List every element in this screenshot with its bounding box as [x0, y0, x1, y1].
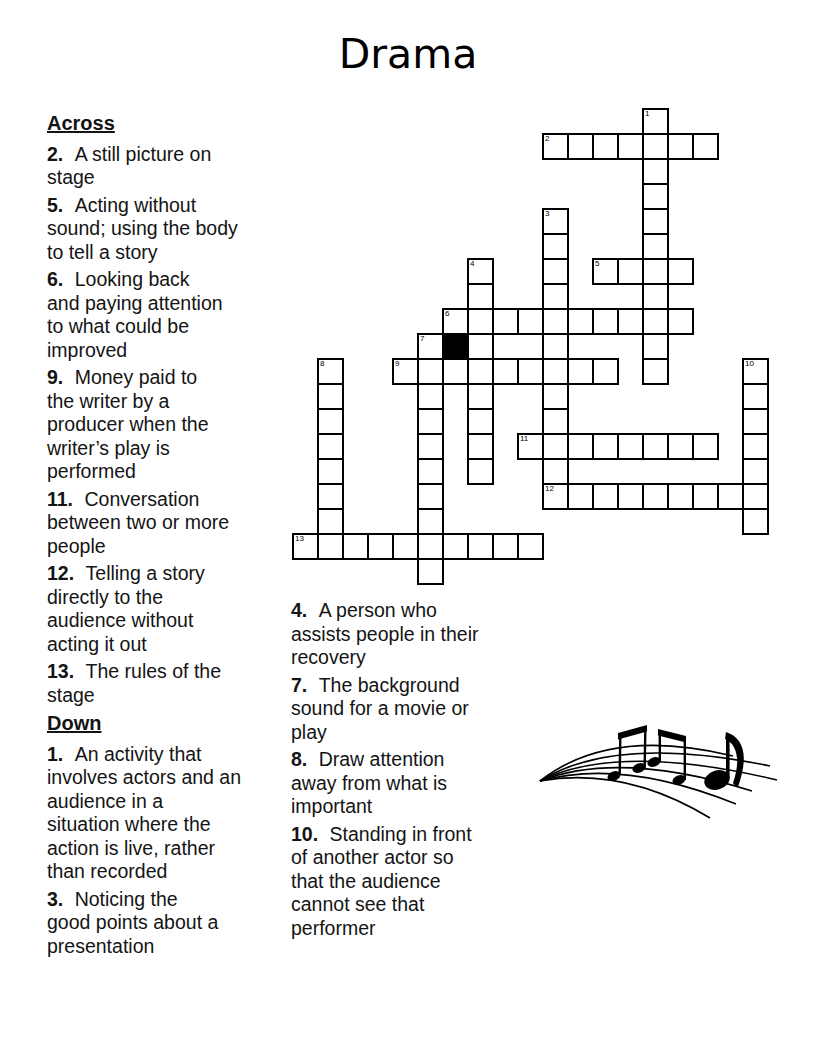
- grid-cell[interactable]: [542, 333, 569, 360]
- grid-cell[interactable]: [417, 483, 444, 510]
- cell-number: 1: [645, 110, 649, 118]
- grid-cell[interactable]: [467, 333, 494, 360]
- clue-across-5: 5. Acting without sound; using the body …: [47, 194, 287, 265]
- clue-number: 1.: [47, 743, 69, 765]
- cell-number: 11: [520, 435, 528, 443]
- grid-cell[interactable]: [617, 133, 644, 160]
- grid-cell[interactable]: [567, 133, 594, 160]
- cell-number: 8: [320, 360, 324, 368]
- clue-text: An activity that involves actors and an …: [47, 743, 241, 883]
- grid-cell[interactable]: [542, 233, 569, 260]
- clue-across-6: 6. Looking back and paying attention to …: [47, 268, 287, 362]
- grid-cell[interactable]: [542, 358, 569, 385]
- grid-cell[interactable]: [517, 358, 544, 385]
- cell-number: 4: [470, 260, 474, 268]
- grid-cell[interactable]: [617, 308, 644, 335]
- grid-cell[interactable]: [467, 383, 494, 410]
- grid-cell[interactable]: [717, 483, 744, 510]
- cell-number: 9: [395, 360, 399, 368]
- clue-across-2: 2. A still picture on stage: [47, 143, 287, 190]
- grid-cell[interactable]: [692, 483, 719, 510]
- grid-cell[interactable]: [642, 183, 669, 210]
- clue-number: 3.: [47, 888, 69, 910]
- grid-cell[interactable]: [642, 158, 669, 185]
- page: Drama Across 2. A still picture on stage…: [0, 0, 816, 1056]
- grid-cell[interactable]: [742, 483, 769, 510]
- grid-cell[interactable]: [617, 483, 644, 510]
- grid-cell[interactable]: [417, 408, 444, 435]
- clue-down-1: 1. An activity that involves actors and …: [47, 743, 287, 884]
- grid-cell[interactable]: [692, 133, 719, 160]
- clue-text: A still picture on stage: [47, 143, 211, 189]
- grid-cell[interactable]: [642, 133, 669, 160]
- grid-cell[interactable]: [642, 283, 669, 310]
- grid-cell[interactable]: [567, 433, 594, 460]
- grid-cell[interactable]: [692, 433, 719, 460]
- grid-cell[interactable]: [417, 433, 444, 460]
- grid-cell[interactable]: [467, 358, 494, 385]
- clue-number: 4.: [291, 599, 313, 621]
- clue-text: Acting without sound; using the body to …: [47, 194, 238, 263]
- grid-cell[interactable]: [517, 533, 544, 560]
- grid-cell[interactable]: [642, 483, 669, 510]
- grid-cell[interactable]: [542, 308, 569, 335]
- grid-cell[interactable]: [317, 483, 344, 510]
- clue-across-9: 9. Money paid to the writer by a produce…: [47, 366, 287, 484]
- music-notes-icon: [530, 690, 780, 830]
- grid-cell[interactable]: [592, 308, 619, 335]
- down-header: Down: [47, 712, 287, 736]
- clues-left-column: Across 2. A still picture on stage 5. Ac…: [47, 112, 287, 962]
- grid-cell[interactable]: [742, 458, 769, 485]
- clue-down-3: 3. Noticing the good points about a pres…: [47, 888, 287, 959]
- clue-text: Looking back and paying attention to wha…: [47, 268, 223, 361]
- clue-number: 8.: [291, 748, 313, 770]
- grid-cell[interactable]: [667, 433, 694, 460]
- cell-number: 6: [445, 310, 449, 318]
- grid-cell[interactable]: [542, 408, 569, 435]
- grid-cell[interactable]: [542, 283, 569, 310]
- clue-across-13: 13. The rules of the stage: [47, 660, 287, 707]
- grid-cell[interactable]: [667, 483, 694, 510]
- clue-down-4: 4. A person who assists people in their …: [291, 599, 533, 670]
- grid-cell[interactable]: [642, 308, 669, 335]
- clue-across-11: 11. Conversation between two or more peo…: [47, 488, 287, 559]
- clue-down-8: 8. Draw attention away from what is impo…: [291, 748, 533, 819]
- grid-cell[interactable]: [467, 308, 494, 335]
- grid-cell[interactable]: [417, 533, 444, 560]
- grid-cell[interactable]: [542, 458, 569, 485]
- clue-down-7: 7. The background sound for a movie or p…: [291, 674, 533, 745]
- grid-cell[interactable]: [467, 283, 494, 310]
- grid-cell[interactable]: [492, 308, 519, 335]
- crossword-grid: 12345678910111213: [292, 108, 770, 586]
- clue-number: 13.: [47, 660, 80, 682]
- clue-text: A person who assists people in their rec…: [291, 599, 479, 668]
- grid-cell[interactable]: [467, 433, 494, 460]
- grid-cell[interactable]: [317, 533, 344, 560]
- grid-cell[interactable]: [617, 433, 644, 460]
- grid-cell[interactable]: [592, 133, 619, 160]
- clue-number: 10.: [291, 823, 324, 845]
- grid-cell[interactable]: [492, 358, 519, 385]
- grid-cell[interactable]: [317, 458, 344, 485]
- clue-down-10: 10. Standing in front of another actor s…: [291, 823, 533, 941]
- clue-number: 12.: [47, 562, 80, 584]
- clues-middle-column: 4. A person who assists people in their …: [291, 599, 533, 944]
- grid-cell[interactable]: [567, 483, 594, 510]
- grid-cell[interactable]: [642, 333, 669, 360]
- grid-cell[interactable]: [742, 433, 769, 460]
- grid-cell[interactable]: [592, 433, 619, 460]
- grid-cell[interactable]: [517, 308, 544, 335]
- clue-number: 9.: [47, 366, 69, 388]
- grid-cell[interactable]: [667, 258, 694, 285]
- grid-cell[interactable]: [667, 133, 694, 160]
- cell-number: 2: [545, 135, 549, 143]
- grid-cell[interactable]: [417, 508, 444, 535]
- grid-cell[interactable]: [567, 358, 594, 385]
- grid-cell[interactable]: [617, 258, 644, 285]
- grid-cell[interactable]: [642, 208, 669, 235]
- grid-cell[interactable]: [417, 358, 444, 385]
- clue-number: 11.: [47, 488, 78, 510]
- grid-cell[interactable]: [317, 508, 344, 535]
- across-header: Across: [47, 112, 287, 136]
- grid-cell[interactable]: [367, 533, 394, 560]
- clue-text: Draw attention away from what is importa…: [291, 748, 447, 817]
- cell-number: 12: [545, 485, 554, 493]
- cell-number: 3: [545, 210, 549, 218]
- grid-cell[interactable]: [742, 508, 769, 535]
- grid-cell[interactable]: [317, 433, 344, 460]
- grid-cell[interactable]: [742, 383, 769, 410]
- grid-cell[interactable]: [642, 358, 669, 385]
- clue-text: Money paid to the writer by a producer w…: [47, 366, 209, 482]
- grid-cell[interactable]: [417, 558, 444, 585]
- grid-cell[interactable]: [467, 458, 494, 485]
- grid-cell[interactable]: [467, 533, 494, 560]
- cell-number: 10: [745, 360, 754, 368]
- grid-cell[interactable]: [442, 533, 469, 560]
- grid-cell[interactable]: [542, 258, 569, 285]
- clue-number: 6.: [47, 268, 69, 290]
- clue-text: The background sound for a movie or play: [291, 674, 469, 743]
- cell-number: 5: [595, 260, 599, 268]
- grid-cell[interactable]: [742, 408, 769, 435]
- puzzle-title: Drama: [0, 30, 816, 78]
- clue-across-12: 12. Telling a story directly to the audi…: [47, 562, 287, 656]
- grid-cell[interactable]: [667, 308, 694, 335]
- grid-cell[interactable]: [467, 408, 494, 435]
- grid-cell[interactable]: [492, 533, 519, 560]
- grid-cell[interactable]: [317, 383, 344, 410]
- grid-cell[interactable]: [567, 308, 594, 335]
- grid-cell[interactable]: [542, 433, 569, 460]
- grid-cell[interactable]: [317, 408, 344, 435]
- clue-number: 2.: [47, 143, 69, 165]
- cell-number: 7: [420, 335, 424, 343]
- grid-cell[interactable]: [392, 533, 419, 560]
- clue-text: Noticing the good points about a present…: [47, 888, 218, 957]
- grid-cell[interactable]: [442, 358, 469, 385]
- clue-number: 7.: [291, 674, 313, 696]
- black-cell: [442, 333, 469, 360]
- grid-cell[interactable]: [642, 258, 669, 285]
- grid-cell[interactable]: [542, 383, 569, 410]
- clue-number: 5.: [47, 194, 69, 216]
- cell-number: 13: [295, 535, 304, 543]
- grid-cell[interactable]: [417, 458, 444, 485]
- grid-cell[interactable]: [592, 358, 619, 385]
- grid-cell[interactable]: [642, 433, 669, 460]
- grid-cell[interactable]: [592, 483, 619, 510]
- grid-cell[interactable]: [342, 533, 369, 560]
- grid-cell[interactable]: [417, 383, 444, 410]
- grid-cell[interactable]: [642, 233, 669, 260]
